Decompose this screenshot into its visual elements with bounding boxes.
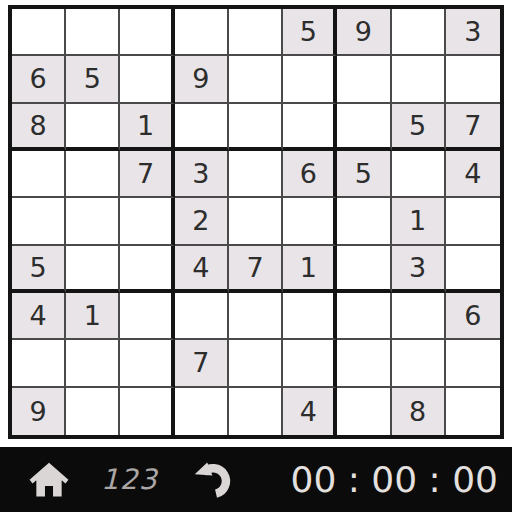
cell-r8c7[interactable]	[337, 340, 391, 387]
cell-r7c8[interactable]	[392, 293, 446, 340]
cell-r8c8[interactable]	[392, 340, 446, 387]
cell-r2c8[interactable]	[392, 56, 446, 103]
cell-r2c2[interactable]: 5	[66, 56, 120, 103]
cell-r5c5[interactable]	[229, 198, 283, 245]
sudoku-board: 59365981577365421547134167948	[8, 5, 504, 439]
cell-r7c9[interactable]: 6	[446, 293, 500, 340]
cell-r3c6[interactable]	[283, 104, 337, 151]
cell-r5c4[interactable]: 2	[175, 198, 229, 245]
numpad-button[interactable]: 123	[101, 463, 157, 496]
cell-r1c7[interactable]: 9	[337, 9, 391, 56]
cell-r3c1[interactable]: 8	[12, 104, 66, 151]
cell-r7c7[interactable]	[337, 293, 391, 340]
undo-icon	[190, 458, 234, 502]
cell-r8c9[interactable]	[446, 340, 500, 387]
cell-r4c2[interactable]	[66, 151, 120, 198]
cell-r3c3[interactable]: 1	[120, 104, 174, 151]
cell-r9c5[interactable]	[229, 388, 283, 435]
cell-r6c8[interactable]: 3	[392, 246, 446, 293]
cell-r9c6[interactable]: 4	[283, 388, 337, 435]
cell-r4c8[interactable]	[392, 151, 446, 198]
cell-r8c4[interactable]: 7	[175, 340, 229, 387]
cell-r9c8[interactable]: 8	[392, 388, 446, 435]
cell-r7c3[interactable]	[120, 293, 174, 340]
cell-r1c3[interactable]	[120, 9, 174, 56]
cell-r2c3[interactable]	[120, 56, 174, 103]
cell-r8c1[interactable]	[12, 340, 66, 387]
cell-r3c4[interactable]	[175, 104, 229, 151]
cell-r9c3[interactable]	[120, 388, 174, 435]
cell-r6c3[interactable]	[120, 246, 174, 293]
cell-r8c3[interactable]	[120, 340, 174, 387]
cell-r9c9[interactable]	[446, 388, 500, 435]
cell-r2c7[interactable]	[337, 56, 391, 103]
cell-r2c1[interactable]: 6	[12, 56, 66, 103]
cell-r9c4[interactable]	[175, 388, 229, 435]
cell-r1c2[interactable]	[66, 9, 120, 56]
cell-r9c7[interactable]	[337, 388, 391, 435]
home-button[interactable]	[25, 457, 73, 503]
cell-r3c5[interactable]	[229, 104, 283, 151]
cell-r8c2[interactable]	[66, 340, 120, 387]
cell-r5c8[interactable]: 1	[392, 198, 446, 245]
cell-r8c6[interactable]	[283, 340, 337, 387]
cell-r1c9[interactable]: 3	[446, 9, 500, 56]
timer-display: 00 : 00 : 00	[291, 459, 498, 500]
undo-button[interactable]	[189, 457, 235, 503]
bottom-toolbar: 123 00 : 00 : 00	[0, 447, 512, 512]
cell-r2c4[interactable]: 9	[175, 56, 229, 103]
cell-r6c7[interactable]	[337, 246, 391, 293]
cell-r5c1[interactable]	[12, 198, 66, 245]
cell-r1c1[interactable]	[12, 9, 66, 56]
cell-r3c2[interactable]	[66, 104, 120, 151]
cell-r7c4[interactable]	[175, 293, 229, 340]
cell-r6c5[interactable]: 7	[229, 246, 283, 293]
cell-r6c1[interactable]: 5	[12, 246, 66, 293]
cell-r8c5[interactable]	[229, 340, 283, 387]
cell-r4c1[interactable]	[12, 151, 66, 198]
sudoku-screen: 59365981577365421547134167948 123 00 : 0…	[0, 0, 512, 512]
cell-r6c6[interactable]: 1	[283, 246, 337, 293]
cell-r3c9[interactable]: 7	[446, 104, 500, 151]
home-icon	[26, 458, 72, 502]
cell-r1c4[interactable]	[175, 9, 229, 56]
cell-r4c4[interactable]: 3	[175, 151, 229, 198]
cell-r1c5[interactable]	[229, 9, 283, 56]
cell-r1c6[interactable]: 5	[283, 9, 337, 56]
cell-r6c9[interactable]	[446, 246, 500, 293]
cell-r9c2[interactable]	[66, 388, 120, 435]
cell-r7c1[interactable]: 4	[12, 293, 66, 340]
cell-r2c5[interactable]	[229, 56, 283, 103]
cell-r4c5[interactable]	[229, 151, 283, 198]
cell-r2c9[interactable]	[446, 56, 500, 103]
cell-r7c2[interactable]: 1	[66, 293, 120, 340]
cell-r4c6[interactable]: 6	[283, 151, 337, 198]
cell-r2c6[interactable]	[283, 56, 337, 103]
cell-r5c9[interactable]	[446, 198, 500, 245]
cell-r5c2[interactable]	[66, 198, 120, 245]
cell-r5c3[interactable]	[120, 198, 174, 245]
cell-r9c1[interactable]: 9	[12, 388, 66, 435]
cell-r4c7[interactable]: 5	[337, 151, 391, 198]
cell-r3c8[interactable]: 5	[392, 104, 446, 151]
cell-r3c7[interactable]	[337, 104, 391, 151]
cell-r4c3[interactable]: 7	[120, 151, 174, 198]
cell-r4c9[interactable]: 4	[446, 151, 500, 198]
cell-r6c4[interactable]: 4	[175, 246, 229, 293]
cell-r5c6[interactable]	[283, 198, 337, 245]
cell-r7c6[interactable]	[283, 293, 337, 340]
cell-r6c2[interactable]	[66, 246, 120, 293]
cell-r1c8[interactable]	[392, 9, 446, 56]
cell-r7c5[interactable]	[229, 293, 283, 340]
cell-r5c7[interactable]	[337, 198, 391, 245]
